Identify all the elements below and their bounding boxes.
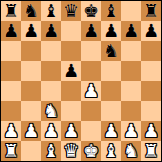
square-a5[interactable] [1,61,21,81]
white-pawn: ♟ [23,121,39,141]
square-c8[interactable]: ♝ [41,1,61,21]
black-queen: ♛ [63,1,79,21]
square-b7[interactable]: ♟ [21,21,41,41]
white-pawn: ♟ [63,121,79,141]
square-h5[interactable] [141,61,161,81]
square-d7[interactable] [61,21,81,41]
square-e4[interactable]: ♟ [81,81,101,101]
square-e3[interactable] [81,101,101,121]
square-e5[interactable] [81,61,101,81]
square-b6[interactable] [21,41,41,61]
square-d1[interactable]: ♛ [61,141,81,161]
black-pawn: ♟ [43,21,59,41]
black-bishop: ♝ [103,1,119,21]
white-pawn: ♟ [103,121,119,141]
square-g2[interactable]: ♟ [121,121,141,141]
black-pawn: ♟ [103,21,119,41]
square-g3[interactable] [121,101,141,121]
square-g8[interactable] [121,1,141,21]
square-e8[interactable]: ♚ [81,1,101,21]
white-king: ♚ [83,141,99,161]
white-bishop: ♝ [103,141,119,161]
square-a8[interactable]: ♜ [1,1,21,21]
square-b2[interactable]: ♟ [21,121,41,141]
white-rook: ♜ [143,141,159,161]
white-bishop: ♝ [43,141,59,161]
square-b5[interactable] [21,61,41,81]
square-h8[interactable]: ♜ [141,1,161,21]
square-e7[interactable]: ♟ [81,21,101,41]
square-b3[interactable] [21,101,41,121]
square-f3[interactable] [101,101,121,121]
square-e1[interactable]: ♚ [81,141,101,161]
square-c2[interactable]: ♟ [41,121,61,141]
square-g4[interactable] [121,81,141,101]
square-b8[interactable]: ♞ [21,1,41,21]
square-d6[interactable] [61,41,81,61]
square-h7[interactable]: ♟ [141,21,161,41]
square-b4[interactable] [21,81,41,101]
square-g1[interactable]: ♞ [121,141,141,161]
white-pawn: ♟ [43,121,59,141]
square-f2[interactable]: ♟ [101,121,121,141]
square-d8[interactable]: ♛ [61,1,81,21]
black-rook: ♜ [143,1,159,21]
square-h1[interactable]: ♜ [141,141,161,161]
square-h3[interactable] [141,101,161,121]
black-pawn: ♟ [123,21,139,41]
black-pawn: ♟ [83,21,99,41]
white-knight: ♞ [123,141,139,161]
square-h2[interactable]: ♟ [141,121,161,141]
square-f6[interactable]: ♞ [101,41,121,61]
square-g5[interactable] [121,61,141,81]
square-h4[interactable] [141,81,161,101]
square-c1[interactable]: ♝ [41,141,61,161]
black-pawn: ♟ [63,61,79,81]
square-c6[interactable] [41,41,61,61]
square-f4[interactable] [101,81,121,101]
square-a7[interactable]: ♟ [1,21,21,41]
square-c4[interactable] [41,81,61,101]
square-h6[interactable] [141,41,161,61]
square-g6[interactable] [121,41,141,61]
white-pawn: ♟ [83,81,99,101]
black-knight: ♞ [23,1,39,21]
square-a1[interactable]: ♜ [1,141,21,161]
square-a3[interactable] [1,101,21,121]
square-c3[interactable]: ♞ [41,101,61,121]
square-f7[interactable]: ♟ [101,21,121,41]
square-a4[interactable] [1,81,21,101]
square-f8[interactable]: ♝ [101,1,121,21]
square-d2[interactable]: ♟ [61,121,81,141]
white-pawn: ♟ [3,121,19,141]
black-king: ♚ [83,1,99,21]
white-knight: ♞ [43,101,59,121]
white-pawn: ♟ [123,121,139,141]
square-d4[interactable] [61,81,81,101]
square-f1[interactable]: ♝ [101,141,121,161]
square-d3[interactable] [61,101,81,121]
black-pawn: ♟ [143,21,159,41]
black-knight: ♞ [103,41,119,61]
black-rook: ♜ [3,1,19,21]
square-b1[interactable] [21,141,41,161]
black-pawn: ♟ [23,21,39,41]
square-e6[interactable] [81,41,101,61]
white-rook: ♜ [3,141,19,161]
white-pawn: ♟ [143,121,159,141]
square-a6[interactable] [1,41,21,61]
square-e2[interactable] [81,121,101,141]
square-c5[interactable] [41,61,61,81]
square-g7[interactable]: ♟ [121,21,141,41]
square-a2[interactable]: ♟ [1,121,21,141]
white-queen: ♛ [63,141,79,161]
chess-board: ♜♞♝♛♚♝♜♟♟♟♟♟♟♟♞♟♟♞♟♟♟♟♟♟♟♜♝♛♚♝♞♜ [0,0,162,162]
square-c7[interactable]: ♟ [41,21,61,41]
black-pawn: ♟ [3,21,19,41]
square-f5[interactable] [101,61,121,81]
square-d5[interactable]: ♟ [61,61,81,81]
black-bishop: ♝ [43,1,59,21]
